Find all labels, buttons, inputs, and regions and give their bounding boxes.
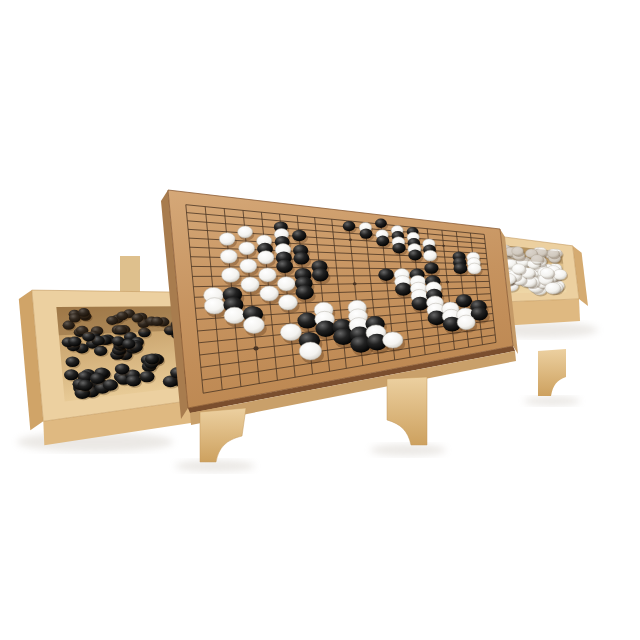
tray-black-stone (126, 375, 141, 387)
black-stone (424, 262, 438, 273)
white-stone (243, 316, 264, 333)
black-stone (312, 268, 329, 281)
black-stone (456, 294, 472, 307)
white-stone (259, 268, 277, 282)
black-stone (408, 250, 422, 261)
tray-white-stone (545, 282, 560, 294)
tray-black-stone (94, 346, 107, 356)
white-stone (204, 298, 224, 314)
star-point (446, 281, 450, 284)
black-stone (412, 297, 429, 311)
tray-black-stone (64, 369, 79, 380)
black-stone (454, 263, 468, 274)
white-stone (239, 242, 255, 255)
white-stone (280, 324, 301, 341)
go-board (161, 190, 518, 425)
tray-black-stone (90, 373, 105, 384)
go-board-scene (0, 0, 640, 640)
white-stone (222, 268, 240, 283)
black-stone (343, 221, 356, 231)
soft-shadow (524, 396, 580, 406)
star-point (353, 282, 357, 285)
bracket-foot-front-right (387, 377, 427, 445)
white-stone (468, 263, 482, 274)
white-stone (240, 259, 257, 273)
black-stone (294, 252, 310, 265)
white-stone (457, 315, 475, 330)
tray-black-stone (103, 379, 118, 391)
white-stone (224, 307, 245, 324)
black-stone (276, 260, 293, 273)
white-stone (279, 295, 298, 310)
board-foot-right-east (538, 349, 566, 396)
white-stone (238, 226, 253, 238)
soft-shadow (370, 444, 446, 456)
black-stone (378, 269, 394, 281)
tray-white-stone (512, 264, 525, 274)
white-stone (220, 250, 237, 264)
black-stone (292, 230, 306, 241)
bracket-foot (538, 349, 566, 396)
black-stone (375, 219, 387, 228)
star-point (349, 239, 352, 242)
black-stone (395, 283, 411, 296)
tray-black-stone (66, 357, 80, 368)
tray-black-stone (115, 363, 130, 374)
star-point (442, 245, 445, 247)
tray-black-stone (78, 380, 93, 391)
tray-black-stone (68, 337, 81, 347)
tray-black-stone (122, 339, 135, 349)
black-stone (296, 285, 314, 300)
white-stone (277, 277, 295, 291)
black-stone (392, 243, 405, 254)
white-stone (299, 342, 321, 360)
white-stone (219, 233, 235, 246)
bracket-foot-front-left (200, 408, 246, 462)
black-stone (376, 236, 389, 247)
tray-black-stone (145, 354, 159, 365)
white-stone (423, 250, 436, 261)
white-stone (260, 286, 279, 301)
black-stone (297, 313, 317, 329)
black-stone (360, 228, 373, 238)
star-point (253, 346, 258, 350)
white-stone (383, 332, 403, 348)
white-stone (258, 251, 274, 264)
white-stone (241, 277, 259, 292)
tray-white-stone (540, 268, 554, 278)
product-photo-stage (0, 0, 640, 640)
